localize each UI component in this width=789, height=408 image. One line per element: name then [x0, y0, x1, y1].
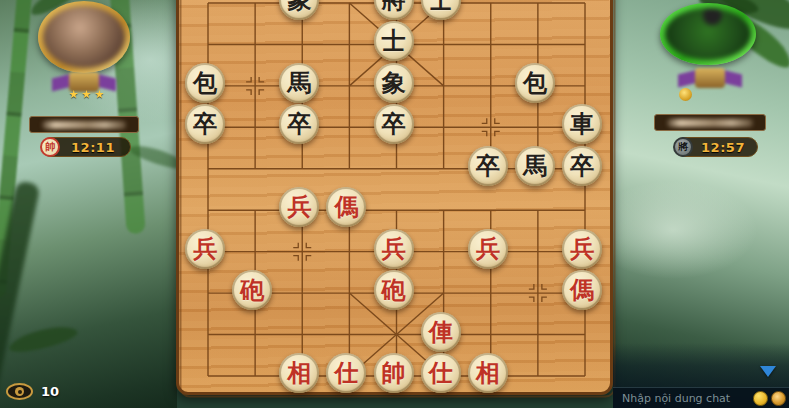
piece-red-advisor[interactable]: 仕 — [421, 353, 461, 393]
piece-red-pawn[interactable]: 兵 — [374, 229, 414, 269]
game-screen: 象將士士包馬象包卒卒卒車卒馬卒兵傌兵兵兵兵砲砲傌俥相仕帥仕相 ★★★ 帥 12:… — [0, 0, 789, 408]
player-name-plate — [654, 114, 766, 131]
clock-black: 將 12:57 — [674, 137, 758, 157]
piece-red-pawn[interactable]: 兵 — [185, 229, 225, 269]
piece-red-elephant[interactable]: 相 — [279, 353, 319, 393]
player-panel-black: 將 12:57 — [613, 0, 789, 200]
clock-red: 帥 12:11 — [41, 137, 131, 157]
clock-black-time: 12:57 — [701, 140, 745, 155]
piece-black-pawn[interactable]: 卒 — [468, 146, 508, 186]
piece-black-cannon[interactable]: 包 — [185, 63, 225, 103]
star-rating: ★★★ — [0, 88, 176, 101]
chat-input-row — [613, 387, 789, 408]
coin-badge — [679, 88, 692, 101]
piece-red-pawn[interactable]: 兵 — [468, 229, 508, 269]
piece-black-pawn[interactable]: 卒 — [562, 146, 602, 186]
spectator-counter: 10 — [6, 383, 59, 400]
piece-red-general[interactable]: 帥 — [374, 353, 414, 393]
piece-red-chariot[interactable]: 俥 — [421, 312, 461, 352]
clock-red-time: 12:11 — [71, 140, 115, 155]
black-general-icon: 將 — [673, 137, 693, 157]
eye-icon — [6, 383, 33, 400]
piece-black-advisor[interactable]: 士 — [374, 21, 414, 61]
avatar-red-player[interactable] — [38, 1, 130, 73]
player-name-blurred — [42, 121, 126, 129]
piece-red-cannon[interactable]: 砲 — [374, 270, 414, 310]
chat-panel — [613, 343, 789, 408]
piece-black-cannon[interactable]: 包 — [515, 63, 555, 103]
piece-red-cannon[interactable]: 砲 — [232, 270, 272, 310]
avatar-photo-blurred — [665, 8, 751, 60]
avatar-black-player[interactable] — [660, 3, 756, 65]
piece-black-horse[interactable]: 馬 — [279, 63, 319, 103]
piece-black-elephant[interactable]: 象 — [374, 63, 414, 103]
emoji-icon[interactable] — [753, 391, 768, 406]
spectator-count: 10 — [41, 384, 59, 399]
player-name-plate — [29, 116, 139, 133]
avatar-photo-blurred — [43, 6, 125, 68]
red-general-icon: 帥 — [40, 137, 60, 157]
piece-black-horse[interactable]: 馬 — [515, 146, 555, 186]
player-name-blurred — [667, 119, 753, 127]
bamboo-leaf — [7, 322, 79, 356]
piece-red-pawn[interactable]: 兵 — [562, 229, 602, 269]
piece-red-elephant[interactable]: 相 — [468, 353, 508, 393]
player-panel-red: ★★★ 帥 12:11 — [0, 0, 176, 200]
piece-black-pawn[interactable]: 卒 — [374, 104, 414, 144]
piece-red-horse[interactable]: 傌 — [562, 270, 602, 310]
chat-input[interactable] — [620, 391, 750, 406]
gift-icon[interactable] — [771, 391, 786, 406]
chat-collapse-icon[interactable] — [760, 366, 776, 377]
